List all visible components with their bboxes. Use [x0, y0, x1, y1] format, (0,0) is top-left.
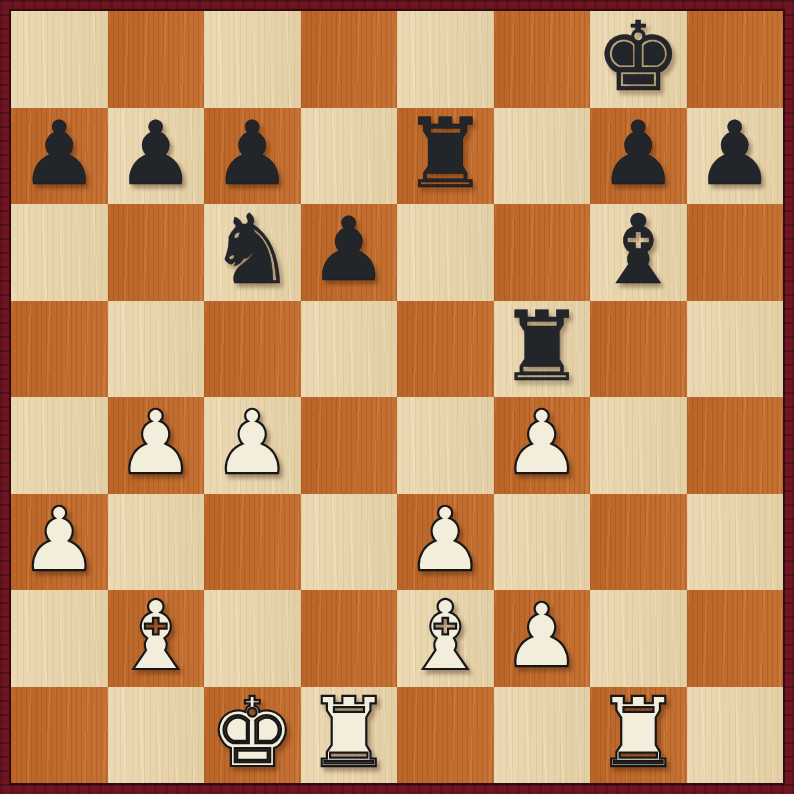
- square-c4[interactable]: ♟: [204, 397, 301, 494]
- piece-white-rook[interactable]: ♜: [595, 685, 681, 781]
- square-f6[interactable]: [494, 204, 591, 301]
- piece-white-pawn[interactable]: ♟: [213, 399, 292, 487]
- square-e8[interactable]: [397, 11, 494, 108]
- piece-white-pawn[interactable]: ♟: [20, 496, 99, 584]
- piece-black-pawn[interactable]: ♟: [695, 110, 774, 198]
- board: ♚♟♟♟♜♟♟♞♟♝♜♟♟♟♟♟♝♝♟♚♜♜: [11, 11, 783, 783]
- square-h5[interactable]: [687, 301, 784, 398]
- square-e4[interactable]: [397, 397, 494, 494]
- piece-black-pawn[interactable]: ♟: [20, 110, 99, 198]
- square-c5[interactable]: [204, 301, 301, 398]
- square-a3[interactable]: ♟: [11, 494, 108, 591]
- square-h4[interactable]: [687, 397, 784, 494]
- square-f3[interactable]: [494, 494, 591, 591]
- square-a6[interactable]: [11, 204, 108, 301]
- square-e6[interactable]: [397, 204, 494, 301]
- piece-white-king[interactable]: ♚: [209, 685, 295, 781]
- piece-white-pawn[interactable]: ♟: [116, 399, 195, 487]
- square-e3[interactable]: ♟: [397, 494, 494, 591]
- square-g7[interactable]: ♟: [590, 108, 687, 205]
- square-d3[interactable]: [301, 494, 398, 591]
- square-b8[interactable]: [108, 11, 205, 108]
- piece-black-pawn[interactable]: ♟: [599, 110, 678, 198]
- square-h3[interactable]: [687, 494, 784, 591]
- square-d8[interactable]: [301, 11, 398, 108]
- square-e2[interactable]: ♝: [397, 590, 494, 687]
- square-g8[interactable]: ♚: [590, 11, 687, 108]
- square-e7[interactable]: ♜: [397, 108, 494, 205]
- square-h1[interactable]: [687, 687, 784, 784]
- square-c1[interactable]: ♚: [204, 687, 301, 784]
- square-c7[interactable]: ♟: [204, 108, 301, 205]
- piece-white-pawn[interactable]: ♟: [406, 496, 485, 584]
- square-e5[interactable]: [397, 301, 494, 398]
- square-c2[interactable]: [204, 590, 301, 687]
- piece-black-pawn[interactable]: ♟: [116, 110, 195, 198]
- piece-white-rook[interactable]: ♜: [306, 685, 392, 781]
- piece-black-rook[interactable]: ♜: [402, 106, 488, 202]
- square-f5[interactable]: ♜: [494, 301, 591, 398]
- square-g3[interactable]: [590, 494, 687, 591]
- square-h6[interactable]: [687, 204, 784, 301]
- square-h2[interactable]: [687, 590, 784, 687]
- square-g4[interactable]: [590, 397, 687, 494]
- square-a5[interactable]: [11, 301, 108, 398]
- piece-white-bishop[interactable]: ♝: [402, 588, 488, 684]
- square-f4[interactable]: ♟: [494, 397, 591, 494]
- square-h7[interactable]: ♟: [687, 108, 784, 205]
- piece-black-rook[interactable]: ♜: [499, 299, 585, 395]
- square-g2[interactable]: [590, 590, 687, 687]
- square-b7[interactable]: ♟: [108, 108, 205, 205]
- piece-black-bishop[interactable]: ♝: [595, 202, 681, 298]
- piece-black-pawn[interactable]: ♟: [309, 206, 388, 294]
- square-g6[interactable]: ♝: [590, 204, 687, 301]
- square-d6[interactable]: ♟: [301, 204, 398, 301]
- square-d2[interactable]: [301, 590, 398, 687]
- square-g1[interactable]: ♜: [590, 687, 687, 784]
- square-c8[interactable]: [204, 11, 301, 108]
- square-a4[interactable]: [11, 397, 108, 494]
- piece-black-pawn[interactable]: ♟: [213, 110, 292, 198]
- square-b2[interactable]: ♝: [108, 590, 205, 687]
- square-f2[interactable]: ♟: [494, 590, 591, 687]
- square-a1[interactable]: [11, 687, 108, 784]
- piece-white-bishop[interactable]: ♝: [113, 588, 199, 684]
- piece-white-pawn[interactable]: ♟: [502, 399, 581, 487]
- square-b5[interactable]: [108, 301, 205, 398]
- square-e1[interactable]: [397, 687, 494, 784]
- square-d1[interactable]: ♜: [301, 687, 398, 784]
- piece-black-king[interactable]: ♚: [595, 9, 681, 105]
- square-a2[interactable]: [11, 590, 108, 687]
- square-a8[interactable]: [11, 11, 108, 108]
- square-b1[interactable]: [108, 687, 205, 784]
- square-d7[interactable]: [301, 108, 398, 205]
- square-f8[interactable]: [494, 11, 591, 108]
- square-f7[interactable]: [494, 108, 591, 205]
- square-b6[interactable]: [108, 204, 205, 301]
- square-b4[interactable]: ♟: [108, 397, 205, 494]
- board-frame: ♚♟♟♟♜♟♟♞♟♝♜♟♟♟♟♟♝♝♟♚♜♜: [0, 0, 794, 794]
- piece-white-pawn[interactable]: ♟: [502, 592, 581, 680]
- square-a7[interactable]: ♟: [11, 108, 108, 205]
- square-g5[interactable]: [590, 301, 687, 398]
- square-h8[interactable]: [687, 11, 784, 108]
- square-c6[interactable]: ♞: [204, 204, 301, 301]
- square-d5[interactable]: [301, 301, 398, 398]
- square-c3[interactable]: [204, 494, 301, 591]
- square-f1[interactable]: [494, 687, 591, 784]
- piece-black-knight[interactable]: ♞: [209, 202, 295, 298]
- square-d4[interactable]: [301, 397, 398, 494]
- square-b3[interactable]: [108, 494, 205, 591]
